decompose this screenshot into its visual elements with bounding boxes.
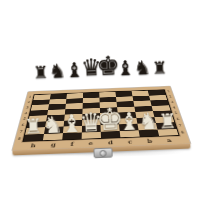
rank-label: 4: [172, 106, 176, 109]
chess-piece-black-queen: ♛: [81, 56, 102, 80]
board-square: [62, 132, 82, 139]
file-label: d: [108, 140, 113, 145]
board-square: [120, 130, 140, 137]
rank-label: 1: [28, 96, 31, 99]
rank-label: 5: [23, 117, 27, 120]
board-square: [43, 133, 63, 140]
rank-label: 2: [27, 101, 30, 104]
rank-label: 6: [176, 118, 180, 121]
file-label: g: [51, 142, 57, 147]
board-square: [101, 131, 121, 138]
file-label: h: [30, 143, 36, 148]
clasp-latch: [93, 148, 112, 159]
clasp-dot: [99, 150, 106, 157]
board-square: [139, 129, 160, 136]
chess-piece-black-king: ♚: [96, 52, 120, 79]
chess-piece-black-knight: ♞: [133, 58, 151, 78]
chess-piece-black-bishop: ♝: [65, 60, 84, 81]
file-label: b: [147, 138, 153, 143]
chess-board: 12345678 12345678 hgfedcba: [12, 86, 190, 150]
board-tilt-wrapper: 12345678 12345678 hgfedcba ♜♞♝♛♚♝♞♜♜♞♝♛♚…: [0, 0, 200, 200]
board-square: [157, 129, 178, 136]
board-square: [82, 131, 101, 138]
chess-piece-black-rook: ♜: [33, 64, 49, 82]
board-square: [24, 134, 45, 141]
product-photo-scene: 12345678 12345678 hgfedcba ♜♞♝♛♚♝♞♜♜♞♝♛♚…: [0, 0, 200, 200]
rank-label: 8: [180, 130, 184, 134]
rank-label: 2: [169, 95, 173, 98]
board-grid: [22, 89, 179, 141]
file-label: f: [71, 141, 74, 146]
file-label: a: [166, 138, 172, 143]
rank-label: 3: [170, 101, 174, 104]
chess-piece-black-bishop: ♝: [116, 58, 135, 79]
rank-label: 1: [167, 90, 170, 93]
rank-label: 7: [178, 124, 182, 127]
file-label: e: [89, 141, 93, 146]
rank-label: 5: [174, 112, 178, 115]
rank-label: 6: [21, 124, 25, 127]
rank-label: 8: [17, 137, 21, 141]
rank-label: 3: [26, 106, 29, 109]
chess-piece-black-rook: ♜: [151, 59, 167, 77]
file-label: c: [128, 139, 133, 144]
rank-label: 7: [19, 130, 23, 134]
chess-piece-black-knight: ♞: [49, 61, 67, 81]
rank-label: 4: [24, 112, 28, 115]
